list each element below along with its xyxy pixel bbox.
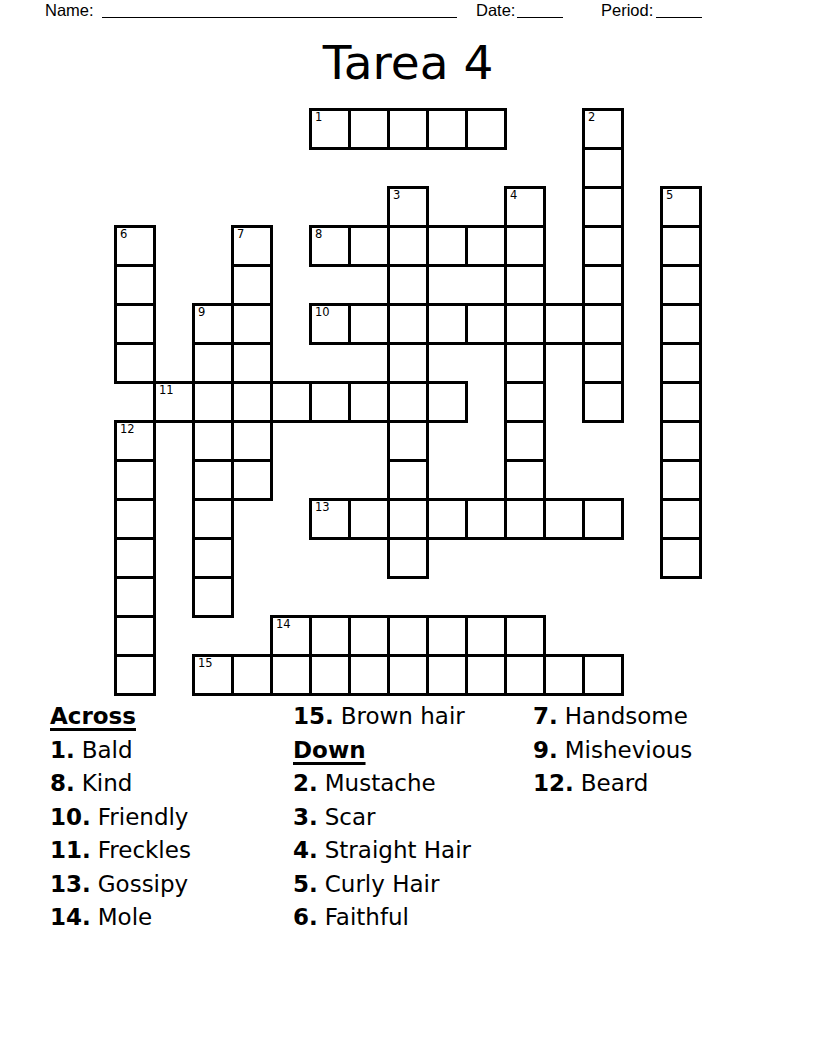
grid-cell[interactable] bbox=[309, 381, 351, 423]
clue-text: Mole bbox=[98, 904, 152, 930]
grid-cell[interactable] bbox=[660, 459, 702, 501]
grid-cell[interactable] bbox=[543, 303, 585, 345]
grid-cell[interactable] bbox=[231, 381, 273, 423]
grid-cell[interactable] bbox=[387, 342, 429, 384]
grid-cell[interactable] bbox=[114, 615, 156, 657]
grid-cell[interactable]: 10 bbox=[309, 303, 351, 345]
cell-number: 3 bbox=[393, 190, 400, 202]
grid-cell[interactable] bbox=[231, 303, 273, 345]
grid-cell[interactable] bbox=[387, 654, 429, 696]
grid-cell[interactable] bbox=[465, 498, 507, 540]
clue-number-label: 9. bbox=[533, 737, 558, 763]
grid-cell[interactable]: 7 bbox=[231, 225, 273, 267]
clue-down-9: 9.Mishevious bbox=[533, 734, 692, 768]
clue-text: Beard bbox=[581, 770, 649, 796]
grid-cell[interactable] bbox=[231, 420, 273, 462]
grid-cell[interactable] bbox=[465, 654, 507, 696]
grid-cell[interactable] bbox=[504, 342, 546, 384]
clue-down-12: 12.Beard bbox=[533, 767, 692, 801]
grid-cell[interactable] bbox=[426, 225, 468, 267]
grid-cell[interactable] bbox=[660, 420, 702, 462]
grid-cell[interactable] bbox=[465, 225, 507, 267]
cell-number: 14 bbox=[276, 619, 291, 631]
clue-text: Curly Hair bbox=[325, 871, 440, 897]
grid-cell[interactable] bbox=[348, 381, 390, 423]
clue-number-label: 6. bbox=[293, 904, 318, 930]
grid-cell[interactable] bbox=[504, 654, 546, 696]
grid-cell[interactable] bbox=[348, 654, 390, 696]
grid-cell[interactable] bbox=[270, 381, 312, 423]
clue-column-3: 7.Handsome9.Mishevious12.Beard bbox=[533, 700, 692, 801]
grid-cell[interactable] bbox=[348, 108, 390, 150]
grid-cell[interactable]: 6 bbox=[114, 225, 156, 267]
period-label: Period: bbox=[601, 1, 653, 20]
grid-cell[interactable] bbox=[309, 615, 351, 657]
name-label: Name: bbox=[45, 1, 94, 20]
clue-text: Kind bbox=[82, 770, 133, 796]
grid-cell[interactable] bbox=[387, 537, 429, 579]
clue-column-2: 15.Brown hairDown2.Mustache3.Scar4.Strai… bbox=[293, 700, 471, 935]
grid-cell[interactable] bbox=[387, 108, 429, 150]
grid-cell[interactable] bbox=[387, 498, 429, 540]
grid-cell[interactable] bbox=[660, 303, 702, 345]
name-fill-line[interactable] bbox=[102, 17, 457, 18]
grid-cell[interactable]: 12 bbox=[114, 420, 156, 462]
grid-cell[interactable] bbox=[114, 576, 156, 618]
clue-text: Straight Hair bbox=[325, 837, 471, 863]
grid-cell[interactable] bbox=[387, 264, 429, 306]
clue-number-label: 13. bbox=[50, 871, 91, 897]
grid-cell[interactable] bbox=[192, 420, 234, 462]
cell-number: 2 bbox=[588, 112, 595, 124]
date-fill-line[interactable] bbox=[517, 17, 563, 18]
grid-cell[interactable] bbox=[465, 108, 507, 150]
grid-cell[interactable] bbox=[192, 576, 234, 618]
grid-cell[interactable] bbox=[114, 498, 156, 540]
grid-cell[interactable] bbox=[348, 498, 390, 540]
cell-number: 7 bbox=[237, 229, 244, 241]
clue-number-label: 7. bbox=[533, 703, 558, 729]
clue-down-7: 7.Handsome bbox=[533, 700, 692, 734]
cell-number: 4 bbox=[510, 190, 517, 202]
grid-cell[interactable] bbox=[543, 498, 585, 540]
grid-cell[interactable] bbox=[582, 498, 624, 540]
grid-cell[interactable] bbox=[348, 615, 390, 657]
clue-number-label: 11. bbox=[50, 837, 91, 863]
grid-cell[interactable] bbox=[504, 225, 546, 267]
grid-cell[interactable] bbox=[387, 225, 429, 267]
period-fill-line[interactable] bbox=[656, 17, 702, 18]
grid-cell[interactable] bbox=[582, 264, 624, 306]
grid-cell[interactable] bbox=[231, 342, 273, 384]
grid-cell[interactable]: 5 bbox=[660, 186, 702, 228]
cell-number: 6 bbox=[120, 229, 127, 241]
grid-cell[interactable]: 9 bbox=[192, 303, 234, 345]
grid-cell[interactable] bbox=[114, 654, 156, 696]
grid-cell[interactable] bbox=[114, 537, 156, 579]
clue-text: Scar bbox=[325, 804, 376, 830]
clue-text: Handsome bbox=[565, 703, 688, 729]
grid-cell[interactable] bbox=[660, 225, 702, 267]
clue-text: Mishevious bbox=[565, 737, 693, 763]
grid-cell[interactable] bbox=[387, 459, 429, 501]
grid-cell[interactable] bbox=[660, 342, 702, 384]
grid-cell[interactable]: 13 bbox=[309, 498, 351, 540]
clue-text: Mustache bbox=[325, 770, 436, 796]
grid-cell[interactable] bbox=[387, 420, 429, 462]
grid-cell[interactable]: 1 bbox=[309, 108, 351, 150]
grid-cell[interactable]: 4 bbox=[504, 186, 546, 228]
cell-number: 13 bbox=[315, 502, 330, 514]
worksheet-page: Name: Date: Period: Tarea 4 123456789101… bbox=[0, 0, 816, 1056]
grid-cell[interactable] bbox=[582, 225, 624, 267]
clue-text: Friendly bbox=[98, 804, 189, 830]
clue-text: Bald bbox=[82, 737, 133, 763]
grid-cell[interactable] bbox=[114, 342, 156, 384]
clue-column-1: Across1.Bald8.Kind10.Friendly11.Freckles… bbox=[50, 700, 191, 935]
grid-cell[interactable]: 15 bbox=[192, 654, 234, 696]
cell-number: 9 bbox=[198, 307, 205, 319]
grid-cell[interactable] bbox=[504, 303, 546, 345]
grid-cell[interactable] bbox=[465, 303, 507, 345]
clue-text: Gossipy bbox=[98, 871, 188, 897]
page-title: Tarea 4 bbox=[0, 37, 816, 89]
grid-cell[interactable] bbox=[387, 303, 429, 345]
grid-cell[interactable] bbox=[582, 654, 624, 696]
down-clues-header: Down bbox=[293, 734, 471, 768]
grid-cell[interactable]: 8 bbox=[309, 225, 351, 267]
grid-cell[interactable] bbox=[192, 381, 234, 423]
clue-number-label: 1. bbox=[50, 737, 75, 763]
grid-cell[interactable] bbox=[192, 342, 234, 384]
clue-number-label: 5. bbox=[293, 871, 318, 897]
grid-cell[interactable] bbox=[504, 615, 546, 657]
clue-across-13: 13.Gossipy bbox=[50, 868, 191, 902]
cell-number: 15 bbox=[198, 658, 213, 670]
clue-down-4: 4.Straight Hair bbox=[293, 834, 471, 868]
grid-cell[interactable] bbox=[387, 615, 429, 657]
grid-cell[interactable] bbox=[582, 186, 624, 228]
clue-across-15: 15.Brown hair bbox=[293, 700, 471, 734]
cell-number: 10 bbox=[315, 307, 330, 319]
clue-text: Brown hair bbox=[341, 703, 465, 729]
grid-cell[interactable] bbox=[192, 498, 234, 540]
grid-cell[interactable] bbox=[582, 303, 624, 345]
grid-cell[interactable] bbox=[660, 264, 702, 306]
grid-cell[interactable] bbox=[114, 264, 156, 306]
grid-cell[interactable] bbox=[114, 459, 156, 501]
grid-cell[interactable] bbox=[426, 615, 468, 657]
grid-cell[interactable] bbox=[543, 654, 585, 696]
clue-text: Freckles bbox=[98, 837, 191, 863]
grid-cell[interactable] bbox=[660, 537, 702, 579]
clue-across-14: 14.Mole bbox=[50, 901, 191, 935]
grid-cell[interactable]: 3 bbox=[387, 186, 429, 228]
grid-cell[interactable] bbox=[348, 225, 390, 267]
grid-cell[interactable] bbox=[426, 498, 468, 540]
clue-number-label: 14. bbox=[50, 904, 91, 930]
grid-cell[interactable] bbox=[114, 303, 156, 345]
grid-cell[interactable] bbox=[660, 498, 702, 540]
grid-cell[interactable] bbox=[504, 264, 546, 306]
grid-cell[interactable] bbox=[582, 381, 624, 423]
clue-across-11: 11.Freckles bbox=[50, 834, 191, 868]
clue-down-3: 3.Scar bbox=[293, 801, 471, 835]
grid-cell[interactable] bbox=[231, 264, 273, 306]
cell-number: 8 bbox=[315, 229, 322, 241]
grid-cell[interactable] bbox=[582, 342, 624, 384]
clue-across-1: 1.Bald bbox=[50, 734, 191, 768]
grid-cell[interactable] bbox=[426, 654, 468, 696]
grid-cell[interactable]: 11 bbox=[153, 381, 195, 423]
clue-number-label: 12. bbox=[533, 770, 574, 796]
grid-cell[interactable] bbox=[270, 654, 312, 696]
grid-cell[interactable] bbox=[348, 303, 390, 345]
date-label: Date: bbox=[476, 1, 515, 20]
clue-text: Faithful bbox=[325, 904, 409, 930]
grid-cell[interactable] bbox=[504, 381, 546, 423]
clue-number-label: 2. bbox=[293, 770, 318, 796]
clue-number-label: 3. bbox=[293, 804, 318, 830]
grid-cell[interactable] bbox=[504, 498, 546, 540]
clue-number-label: 8. bbox=[50, 770, 75, 796]
clue-down-5: 5.Curly Hair bbox=[293, 868, 471, 902]
grid-cell[interactable] bbox=[582, 147, 624, 189]
grid-cell[interactable] bbox=[504, 420, 546, 462]
grid-cell[interactable] bbox=[192, 459, 234, 501]
clue-number-label: 10. bbox=[50, 804, 91, 830]
grid-cell[interactable] bbox=[231, 654, 273, 696]
grid-cell[interactable] bbox=[192, 537, 234, 579]
grid-cell[interactable] bbox=[309, 654, 351, 696]
clue-number-label: 15. bbox=[293, 703, 334, 729]
across-clues-header: Across bbox=[50, 700, 191, 734]
clue-down-2: 2.Mustache bbox=[293, 767, 471, 801]
grid-cell[interactable] bbox=[660, 381, 702, 423]
grid-cell[interactable] bbox=[426, 381, 468, 423]
grid-cell[interactable] bbox=[231, 459, 273, 501]
clue-down-6: 6.Faithful bbox=[293, 901, 471, 935]
grid-cell[interactable] bbox=[504, 459, 546, 501]
cell-number: 11 bbox=[159, 385, 174, 397]
grid-cell[interactable] bbox=[387, 381, 429, 423]
clue-across-8: 8.Kind bbox=[50, 767, 191, 801]
clue-number-label: 4. bbox=[293, 837, 318, 863]
cell-number: 5 bbox=[666, 190, 673, 202]
grid-cell[interactable]: 14 bbox=[270, 615, 312, 657]
cell-number: 12 bbox=[120, 424, 135, 436]
cell-number: 1 bbox=[315, 112, 322, 124]
grid-cell[interactable]: 2 bbox=[582, 108, 624, 150]
clue-across-10: 10.Friendly bbox=[50, 801, 191, 835]
grid-cell[interactable] bbox=[426, 303, 468, 345]
grid-cell[interactable] bbox=[426, 108, 468, 150]
crossword-grid: 123456789101112131415 bbox=[114, 108, 702, 696]
grid-cell[interactable] bbox=[465, 615, 507, 657]
